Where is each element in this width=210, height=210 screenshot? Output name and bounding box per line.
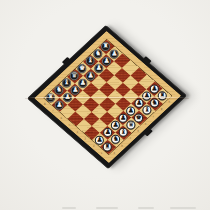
cropped-text-smudge: [170, 207, 196, 210]
piece-white-knight: ♞: [150, 99, 159, 108]
rank-label: 4: [76, 131, 79, 134]
piece-symbol-icon: ♝: [87, 58, 93, 65]
file-label: a: [113, 152, 116, 155]
piece-symbol-icon: ♟: [104, 129, 110, 136]
rank-label: 6: [60, 117, 63, 120]
piece-symbol-icon: ♞: [56, 87, 62, 94]
file-label: h: [168, 100, 171, 103]
hinge-tab-icon: [62, 58, 70, 65]
file-label: d: [137, 130, 140, 133]
piece-symbol-icon: ♟: [95, 65, 101, 72]
fold-seam: [25, 97, 189, 99]
cropped-text-smudge: [62, 207, 76, 210]
piece-symbol-icon: ♟: [88, 72, 94, 79]
piece-symbol-icon: ♟: [97, 137, 103, 144]
piece-white-king: ♚: [134, 113, 143, 122]
piece-symbol-icon: ♝: [64, 80, 70, 87]
file-label: b: [121, 144, 124, 147]
piece-white-knight: ♞: [111, 135, 120, 144]
piece-symbol-icon: ♟: [136, 100, 142, 107]
piece-symbol-icon: ♜: [105, 144, 111, 151]
rank-label: 3: [84, 138, 87, 141]
piece-symbol-icon: ♟: [56, 101, 62, 108]
rank-label: 8: [44, 103, 47, 106]
piece-symbol-icon: ♟: [80, 80, 86, 87]
piece-symbol-icon: ♟: [120, 115, 126, 122]
piece-symbol-icon: ♟: [151, 85, 157, 92]
piece-symbol-icon: ♞: [95, 51, 101, 58]
cropped-text-smudge: [96, 207, 118, 210]
piece-white-bishop: ♝: [119, 128, 128, 137]
clasp-tab-icon: [144, 129, 152, 136]
piece-symbol-icon: ♟: [103, 58, 109, 65]
piece-symbol-icon: ♞: [113, 136, 119, 143]
file-label: e: [144, 122, 147, 125]
piece-symbol-icon: ♟: [111, 50, 117, 57]
hinge-tab-icon: [143, 56, 151, 63]
piece-symbol-icon: ♟: [128, 107, 134, 114]
piece-symbol-icon: ♝: [120, 129, 126, 136]
rank-label: 2: [92, 145, 95, 148]
piece-symbol-icon: ♞: [152, 100, 158, 107]
piece-symbol-icon: ♟: [112, 122, 118, 129]
piece-symbol-icon: ♚: [79, 65, 85, 72]
cropped-text-smudge: [138, 207, 154, 210]
file-label: f: [152, 115, 155, 118]
photo-background: 87654321 abcdefgh ♜♞♝♛♚♝♞♜♟♟♟♟♟♟♟♟♟♟♟♟♟♟…: [0, 0, 210, 210]
piece-symbol-icon: ♜: [103, 43, 109, 50]
rank-label: 5: [68, 124, 71, 127]
piece-symbol-icon: ♟: [72, 87, 78, 94]
rank-label: 1: [100, 152, 103, 155]
rank-label: 7: [52, 110, 55, 113]
piece-white-queen: ♛: [127, 121, 136, 130]
piece-white-rook: ♜: [103, 142, 112, 151]
file-label: c: [129, 137, 132, 140]
piece-symbol-icon: ♛: [128, 122, 134, 129]
piece-symbol-icon: ♛: [72, 73, 78, 80]
piece-symbol-icon: ♝: [144, 107, 150, 114]
file-label: g: [160, 108, 163, 111]
piece-white-bishop: ♝: [142, 106, 151, 115]
piece-symbol-icon: ♚: [136, 114, 142, 121]
